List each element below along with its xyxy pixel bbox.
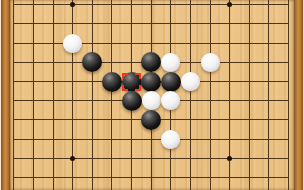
black-stone[interactable]: [141, 110, 161, 130]
grid-line-horizontal: [13, 177, 289, 178]
grid-line-vertical: [53, 0, 54, 190]
white-stone[interactable]: [181, 72, 200, 91]
white-stone[interactable]: [201, 53, 220, 72]
grid-line-horizontal: [13, 139, 289, 140]
grid-line-vertical: [288, 0, 289, 190]
black-stone[interactable]: [122, 72, 142, 92]
grid-line-vertical: [210, 0, 211, 190]
black-stone[interactable]: [161, 72, 181, 92]
grid-line-vertical: [249, 0, 250, 190]
grid-line-vertical: [111, 0, 112, 190]
grid-line-vertical: [92, 0, 93, 190]
grid-line-vertical: [268, 0, 269, 190]
grid-line-horizontal: [13, 4, 289, 5]
white-stone[interactable]: [142, 91, 161, 110]
white-stone[interactable]: [161, 53, 180, 72]
grid-line-vertical: [13, 0, 14, 190]
white-stone[interactable]: [63, 34, 82, 53]
grid-line-horizontal: [13, 43, 289, 44]
grid-line-vertical: [229, 0, 230, 190]
grid-line-vertical: [33, 0, 34, 190]
grid-line-horizontal: [13, 158, 289, 159]
board-frame-left: [1, 0, 9, 190]
grid-line-vertical: [72, 0, 73, 190]
star-point: [70, 156, 75, 161]
board-frame-right: [295, 0, 303, 190]
grid-line-horizontal: [13, 23, 289, 24]
black-stone[interactable]: [122, 91, 142, 111]
white-stone[interactable]: [161, 130, 180, 149]
grid-line-vertical: [190, 0, 191, 190]
gomoku-board[interactable]: [0, 0, 304, 190]
black-stone[interactable]: [141, 72, 161, 92]
black-stone[interactable]: [102, 72, 122, 92]
